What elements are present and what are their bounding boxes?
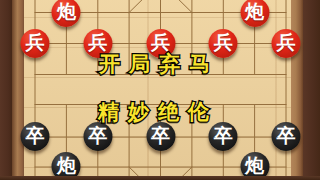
- piece-red-soldier[interactable]: 兵: [272, 28, 301, 57]
- piece-black-soldier[interactable]: 卒: [146, 122, 175, 151]
- piece-black-soldier[interactable]: 卒: [83, 122, 112, 151]
- piece-glyph: 炮: [57, 1, 76, 20]
- piece-glyph: 炮: [245, 1, 264, 20]
- pieces-layer: 炮炮兵兵兵兵兵卒卒卒卒卒炮炮: [0, 0, 320, 180]
- piece-glyph: 卒: [214, 126, 233, 145]
- piece-red-soldier[interactable]: 兵: [21, 28, 50, 57]
- piece-glyph: 卒: [277, 126, 296, 145]
- piece-glyph: 炮: [245, 156, 264, 175]
- piece-glyph: 兵: [277, 32, 296, 51]
- piece-glyph: 卒: [151, 126, 170, 145]
- piece-glyph: 卒: [26, 126, 45, 145]
- piece-glyph: 卒: [88, 126, 107, 145]
- caption-line-1: 开局弃马: [99, 54, 219, 75]
- piece-black-soldier[interactable]: 卒: [21, 122, 50, 151]
- piece-glyph: 兵: [88, 32, 107, 51]
- piece-glyph: 兵: [214, 32, 233, 51]
- piece-glyph: 兵: [26, 32, 45, 51]
- piece-glyph: 炮: [57, 156, 76, 175]
- piece-glyph: 兵: [151, 32, 170, 51]
- caption-line-2: 精妙绝伦: [98, 102, 218, 123]
- piece-red-cannon[interactable]: 炮: [52, 0, 81, 26]
- board-frame-bottom: [0, 176, 320, 180]
- piece-red-cannon[interactable]: 炮: [240, 0, 269, 26]
- piece-black-soldier[interactable]: 卒: [209, 122, 238, 151]
- piece-black-soldier[interactable]: 卒: [272, 122, 301, 151]
- xiangqi-board[interactable]: 炮炮兵兵兵兵兵卒卒卒卒卒炮炮 开局弃马 精妙绝伦: [0, 0, 320, 180]
